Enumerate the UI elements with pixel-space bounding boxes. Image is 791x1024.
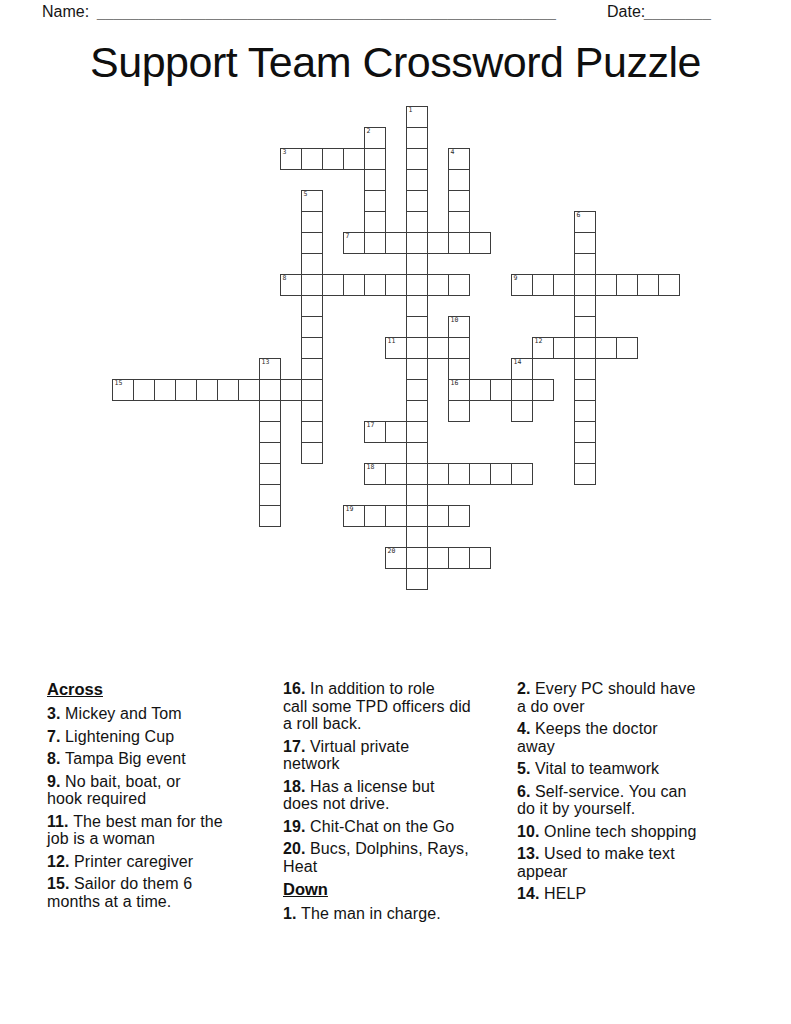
grid-cell-r12c7[interactable]: 13: [259, 358, 281, 380]
grid-cell-r8c8[interactable]: 8: [280, 274, 302, 296]
grid-cell-r6c17[interactable]: [469, 232, 491, 254]
clue-7: 7. Lightening Cup: [47, 728, 283, 746]
grid-cell-r19c13[interactable]: [385, 505, 407, 527]
clue-number: 16.: [283, 680, 310, 697]
grid-cell-r11c15[interactable]: [427, 337, 449, 359]
clues-across-heading: Across: [47, 680, 283, 698]
grid-cell-r7c14[interactable]: [406, 253, 428, 275]
grid-cell-r2c16[interactable]: 4: [448, 148, 470, 170]
clue-10: 10. Online tech shopping: [517, 823, 743, 841]
cell-number-9: 9: [514, 275, 518, 282]
clue-number: 5.: [517, 760, 535, 777]
cell-number-16: 16: [451, 380, 459, 387]
clue-number: 19.: [283, 818, 310, 835]
grid-cell-r16c9[interactable]: [301, 442, 323, 464]
grid-cell-r16c7[interactable]: [259, 442, 281, 464]
clue-number: 13.: [517, 845, 544, 862]
grid-cell-r7c22[interactable]: [574, 253, 596, 275]
cell-number-10: 10: [451, 317, 459, 324]
grid-cell-r20c14[interactable]: [406, 526, 428, 548]
grid-cell-r5c22[interactable]: 6: [574, 211, 596, 233]
grid-cell-r10c22[interactable]: [574, 316, 596, 338]
grid-cell-r13c22[interactable]: [574, 379, 596, 401]
cell-number-18: 18: [367, 464, 375, 471]
grid-cell-r3c16[interactable]: [448, 169, 470, 191]
clue-18-line-2: does not drive.: [283, 795, 515, 813]
grid-cell-r13c18[interactable]: [490, 379, 512, 401]
grid-cell-r12c19[interactable]: 14: [511, 358, 533, 380]
grid-cell-r2c11[interactable]: [343, 148, 365, 170]
grid-cell-r11c24[interactable]: [616, 337, 638, 359]
grid-cell-r2c14[interactable]: [406, 148, 428, 170]
clue-number: 6.: [517, 783, 535, 800]
grid-cell-r12c9[interactable]: [301, 358, 323, 380]
clue-number: 18.: [283, 778, 310, 795]
grid-cell-r17c16[interactable]: [448, 463, 470, 485]
clue-1-line-1: 1. The man in charge.: [283, 905, 515, 923]
clue-12-line-1: 12. Printer caregiver: [47, 853, 283, 871]
grid-cell-r3c12[interactable]: [364, 169, 386, 191]
grid-cell-r19c15[interactable]: [427, 505, 449, 527]
grid-cell-r19c16[interactable]: [448, 505, 470, 527]
grid-cell-r17c17[interactable]: [469, 463, 491, 485]
grid-cell-r12c14[interactable]: [406, 358, 428, 380]
clue-14: 14. HELP: [517, 885, 743, 903]
grid-cell-r13c3[interactable]: [175, 379, 197, 401]
grid-cell-r13c4[interactable]: [196, 379, 218, 401]
grid-cell-r9c22[interactable]: [574, 295, 596, 317]
grid-cell-r8c21[interactable]: [553, 274, 575, 296]
clue-14-line-1: 14. HELP: [517, 885, 743, 903]
clue-number: 9.: [47, 773, 65, 790]
grid-cell-r1c14[interactable]: [406, 127, 428, 149]
clue-17: 17. Virtual privatenetwork: [283, 738, 515, 773]
grid-cell-r13c16[interactable]: 16: [448, 379, 470, 401]
grid-cell-r8c24[interactable]: [616, 274, 638, 296]
grid-cell-r6c9[interactable]: [301, 232, 323, 254]
grid-cell-r8c16[interactable]: [448, 274, 470, 296]
grid-cell-r15c9[interactable]: [301, 421, 323, 443]
grid-cell-r13c6[interactable]: [238, 379, 260, 401]
grid-cell-r6c22[interactable]: [574, 232, 596, 254]
grid-cell-r13c7[interactable]: [259, 379, 281, 401]
grid-cell-r8c14[interactable]: [406, 274, 428, 296]
clue-11-line-1: 11. The best man for the: [47, 813, 283, 831]
clue-number: 2.: [517, 680, 535, 697]
crossword-grid: 1210111214131516171819432056798: [0, 0, 791, 700]
grid-cell-r15c12[interactable]: 17: [364, 421, 386, 443]
clue-19: 19. Chit-Chat on the Go: [283, 818, 515, 836]
grid-cell-r8c19[interactable]: 9: [511, 274, 533, 296]
cell-number-11: 11: [388, 338, 396, 345]
grid-cell-r8c13[interactable]: [385, 274, 407, 296]
grid-cell-r4c14[interactable]: [406, 190, 428, 212]
clue-number: 8.: [47, 750, 65, 767]
cell-number-3: 3: [283, 149, 287, 156]
grid-cell-r14c9[interactable]: [301, 400, 323, 422]
clue-5: 5. Vital to teamwork: [517, 760, 743, 778]
grid-cell-r17c19[interactable]: [511, 463, 533, 485]
grid-cell-r11c9[interactable]: [301, 337, 323, 359]
grid-cell-r5c16[interactable]: [448, 211, 470, 233]
grid-cell-r13c5[interactable]: [217, 379, 239, 401]
cell-number-2: 2: [367, 128, 371, 135]
clue-20-line-2: Heat: [283, 858, 515, 876]
cell-number-19: 19: [346, 506, 354, 513]
clue-2: 2. Every PC should havea do over: [517, 680, 743, 715]
cell-number-5: 5: [304, 191, 308, 198]
clue-15-line-2: months at a time.: [47, 893, 283, 911]
grid-cell-r2c9[interactable]: [301, 148, 323, 170]
grid-cell-r12c22[interactable]: [574, 358, 596, 380]
clue-2-line-2: a do over: [517, 698, 743, 716]
cell-number-17: 17: [367, 422, 375, 429]
grid-cell-r4c9[interactable]: 5: [301, 190, 323, 212]
grid-cell-r11c20[interactable]: 12: [532, 337, 554, 359]
grid-cell-r11c14[interactable]: [406, 337, 428, 359]
grid-cell-r18c14[interactable]: [406, 484, 428, 506]
grid-cell-r6c13[interactable]: [385, 232, 407, 254]
clue-18-line-1: 18. Has a license but: [283, 778, 515, 796]
grid-cell-r11c13[interactable]: 11: [385, 337, 407, 359]
clue-7-line-1: 7. Lightening Cup: [47, 728, 283, 746]
clue-15: 15. Sailor do them 6months at a time.: [47, 875, 283, 910]
grid-cell-r18c7[interactable]: [259, 484, 281, 506]
grid-cell-r15c13[interactable]: [385, 421, 407, 443]
clue-16-line-1: 16. In addition to role: [283, 680, 515, 698]
clue-column-2: 16. In addition to rolecall some TPD off…: [283, 680, 515, 928]
clue-20: 20. Bucs, Dolphins, Rays,Heat: [283, 840, 515, 875]
grid-cell-r10c14[interactable]: [406, 316, 428, 338]
grid-cell-r6c16[interactable]: [448, 232, 470, 254]
clue-17-line-2: network: [283, 755, 515, 773]
grid-cell-r17c13[interactable]: [385, 463, 407, 485]
clue-8: 8. Tampa Big event: [47, 750, 283, 768]
grid-cell-r6c11[interactable]: 7: [343, 232, 365, 254]
cell-number-15: 15: [115, 380, 123, 387]
clue-15-line-1: 15. Sailor do them 6: [47, 875, 283, 893]
clue-number: 12.: [47, 853, 74, 870]
grid-cell-r4c16[interactable]: [448, 190, 470, 212]
grid-cell-r13c20[interactable]: [532, 379, 554, 401]
grid-cell-r0c14[interactable]: 1: [406, 106, 428, 128]
grid-cell-r8c10[interactable]: [322, 274, 344, 296]
grid-cell-r13c8[interactable]: [280, 379, 302, 401]
clue-9-line-1: 9. No bait, boat, or: [47, 773, 283, 791]
clue-column-3: 2. Every PC should havea do over4. Keeps…: [517, 680, 743, 908]
clue-9-line-2: hook required: [47, 790, 283, 808]
grid-cell-r17c18[interactable]: [490, 463, 512, 485]
grid-cell-r13c9[interactable]: [301, 379, 323, 401]
clue-19-line-1: 19. Chit-Chat on the Go: [283, 818, 515, 836]
clue-3-line-1: 3. Mickey and Tom: [47, 705, 283, 723]
clue-number: 14.: [517, 885, 544, 902]
clue-number: 10.: [517, 823, 544, 840]
clue-number: 15.: [47, 875, 74, 892]
grid-cell-r14c22[interactable]: [574, 400, 596, 422]
clues-down-heading: Down: [283, 880, 515, 898]
clue-2-line-1: 2. Every PC should have: [517, 680, 743, 698]
grid-cell-r5c14[interactable]: [406, 211, 428, 233]
grid-cell-r17c7[interactable]: [259, 463, 281, 485]
grid-cell-r15c22[interactable]: [574, 421, 596, 443]
clue-13: 13. Used to make textappear: [517, 845, 743, 880]
grid-cell-r11c22[interactable]: [574, 337, 596, 359]
grid-cell-r21c17[interactable]: [469, 547, 491, 569]
clue-20-line-1: 20. Bucs, Dolphins, Rays,: [283, 840, 515, 858]
clue-1: 1. The man in charge.: [283, 905, 515, 923]
grid-cell-r8c22[interactable]: [574, 274, 596, 296]
clue-number: 7.: [47, 728, 65, 745]
grid-cell-r21c16[interactable]: [448, 547, 470, 569]
grid-cell-r11c16[interactable]: [448, 337, 470, 359]
clue-16-line-2: call some TPD officers did: [283, 698, 515, 716]
grid-cell-r13c19[interactable]: [511, 379, 533, 401]
grid-cell-r17c12[interactable]: 18: [364, 463, 386, 485]
grid-cell-r7c9[interactable]: [301, 253, 323, 275]
grid-cell-r8c11[interactable]: [343, 274, 365, 296]
grid-cell-r8c9[interactable]: [301, 274, 323, 296]
cell-number-20: 20: [388, 548, 396, 555]
grid-cell-r6c12[interactable]: [364, 232, 386, 254]
clue-number: 11.: [47, 813, 73, 830]
clue-4-line-1: 4. Keeps the doctor: [517, 720, 743, 738]
grid-cell-r8c12[interactable]: [364, 274, 386, 296]
grid-cell-r17c14[interactable]: [406, 463, 428, 485]
grid-cell-r4c12[interactable]: [364, 190, 386, 212]
grid-cell-r15c7[interactable]: [259, 421, 281, 443]
grid-cell-r8c26[interactable]: [658, 274, 680, 296]
grid-cell-r5c9[interactable]: [301, 211, 323, 233]
grid-cell-r19c7[interactable]: [259, 505, 281, 527]
clue-13-line-2: appear: [517, 863, 743, 881]
clue-11-line-2: job is a woman: [47, 830, 283, 848]
grid-cell-r13c0[interactable]: 15: [112, 379, 134, 401]
grid-cell-r21c15[interactable]: [427, 547, 449, 569]
clue-3: 3. Mickey and Tom: [47, 705, 283, 723]
clue-16: 16. In addition to rolecall some TPD off…: [283, 680, 515, 733]
cell-number-1: 1: [409, 107, 413, 114]
grid-cell-r17c15[interactable]: [427, 463, 449, 485]
clue-column-1: Across3. Mickey and Tom7. Lightening Cup…: [47, 680, 283, 915]
clue-number: 4.: [517, 720, 535, 737]
grid-cell-r16c22[interactable]: [574, 442, 596, 464]
grid-cell-r6c14[interactable]: [406, 232, 428, 254]
grid-cell-r2c12[interactable]: [364, 148, 386, 170]
grid-cell-r1c12[interactable]: 2: [364, 127, 386, 149]
clue-9: 9. No bait, boat, orhook required: [47, 773, 283, 808]
grid-cell-r14c16[interactable]: [448, 400, 470, 422]
cell-number-8: 8: [283, 275, 287, 282]
grid-cell-r13c14[interactable]: [406, 379, 428, 401]
grid-cell-r17c22[interactable]: [574, 463, 596, 485]
grid-cell-r19c11[interactable]: 19: [343, 505, 365, 527]
grid-cell-r16c14[interactable]: [406, 442, 428, 464]
grid-cell-r12c16[interactable]: [448, 358, 470, 380]
clue-12: 12. Printer caregiver: [47, 853, 283, 871]
clue-number: 20.: [283, 840, 310, 857]
grid-cell-r9c14[interactable]: [406, 295, 428, 317]
grid-cell-r5c12[interactable]: [364, 211, 386, 233]
clue-10-line-1: 10. Online tech shopping: [517, 823, 743, 841]
clue-6: 6. Self-service. You cando it by yoursel…: [517, 783, 743, 818]
clue-17-line-1: 17. Virtual private: [283, 738, 515, 756]
grid-cell-r13c17[interactable]: [469, 379, 491, 401]
clue-4-line-2: away: [517, 738, 743, 756]
clue-number: 17.: [283, 738, 310, 755]
cell-number-14: 14: [514, 359, 522, 366]
grid-cell-r21c13[interactable]: 20: [385, 547, 407, 569]
grid-cell-r10c9[interactable]: [301, 316, 323, 338]
grid-cell-r8c23[interactable]: [595, 274, 617, 296]
worksheet-page: Name: __________________________________…: [0, 0, 791, 1024]
cell-number-6: 6: [577, 212, 581, 219]
grid-cell-r21c14[interactable]: [406, 547, 428, 569]
grid-cell-r2c8[interactable]: 3: [280, 148, 302, 170]
clue-6-line-1: 6. Self-service. You can: [517, 783, 743, 801]
clue-number: 1.: [283, 905, 301, 922]
grid-cell-r19c12[interactable]: [364, 505, 386, 527]
clue-8-line-1: 8. Tampa Big event: [47, 750, 283, 768]
grid-cell-r19c14[interactable]: [406, 505, 428, 527]
clue-18: 18. Has a license butdoes not drive.: [283, 778, 515, 813]
grid-cell-r15c14[interactable]: [406, 421, 428, 443]
grid-cell-r11c21[interactable]: [553, 337, 575, 359]
cell-number-13: 13: [262, 359, 270, 366]
grid-cell-r8c20[interactable]: [532, 274, 554, 296]
grid-cell-r10c16[interactable]: 10: [448, 316, 470, 338]
grid-cell-r22c14[interactable]: [406, 568, 428, 590]
clue-4: 4. Keeps the doctoraway: [517, 720, 743, 755]
grid-cell-r8c25[interactable]: [637, 274, 659, 296]
grid-cell-r13c1[interactable]: [133, 379, 155, 401]
clue-5-line-1: 5. Vital to teamwork: [517, 760, 743, 778]
grid-cell-r14c19[interactable]: [511, 400, 533, 422]
grid-cell-r11c23[interactable]: [595, 337, 617, 359]
cell-number-12: 12: [535, 338, 543, 345]
grid-cell-r2c10[interactable]: [322, 148, 344, 170]
clue-number: 3.: [47, 705, 65, 722]
grid-cell-r14c7[interactable]: [259, 400, 281, 422]
grid-cell-r3c14[interactable]: [406, 169, 428, 191]
clue-6-line-2: do it by yourself.: [517, 800, 743, 818]
grid-cell-r6c15[interactable]: [427, 232, 449, 254]
clue-13-line-1: 13. Used to make text: [517, 845, 743, 863]
clue-11: 11. The best man for thejob is a woman: [47, 813, 283, 848]
grid-cell-r9c9[interactable]: [301, 295, 323, 317]
grid-cell-r13c2[interactable]: [154, 379, 176, 401]
grid-cell-r8c15[interactable]: [427, 274, 449, 296]
cell-number-7: 7: [346, 233, 350, 240]
grid-cell-r14c14[interactable]: [406, 400, 428, 422]
cell-number-4: 4: [451, 149, 455, 156]
clue-16-line-3: a roll back.: [283, 715, 515, 733]
